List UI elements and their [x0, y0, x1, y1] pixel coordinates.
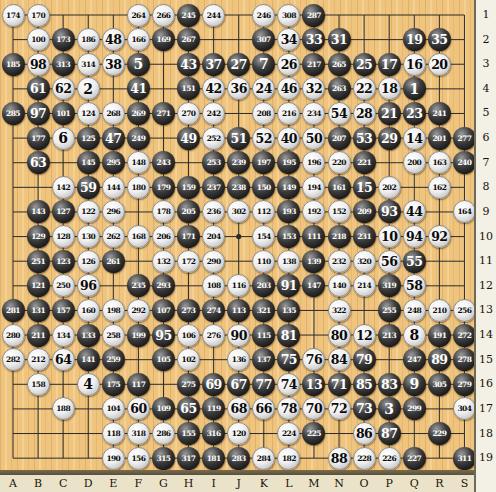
col-label-D: D — [80, 477, 96, 491]
stone-N14-move-80[interactable]: 80 — [328, 324, 351, 347]
stone-K3-move-7[interactable]: 7 — [252, 53, 275, 76]
stone-K14-move-115[interactable]: 115 — [252, 324, 275, 347]
move-number: 205 — [182, 207, 196, 216]
move-number: 100 — [31, 35, 45, 44]
move-number: 59 — [80, 179, 96, 194]
move-number: 104 — [106, 404, 120, 413]
stone-G5-move-271[interactable]: 271 — [152, 102, 175, 125]
move-number: 15 — [356, 179, 372, 194]
stone-P10-move-10[interactable]: 10 — [378, 225, 401, 248]
stone-O16-move-85[interactable]: 85 — [353, 373, 376, 396]
stone-P17-move-3[interactable]: 3 — [378, 397, 401, 420]
stone-F3-move-5[interactable]: 5 — [127, 53, 150, 76]
move-number: 143 — [31, 207, 45, 216]
move-number: 204 — [207, 232, 221, 241]
stone-N8-move-161[interactable]: 161 — [328, 176, 351, 199]
stone-L6-move-40[interactable]: 40 — [277, 127, 300, 150]
stone-F2-move-166[interactable]: 166 — [127, 28, 150, 51]
stone-P19-move-226[interactable]: 226 — [378, 447, 401, 470]
stone-B1-move-170[interactable]: 170 — [27, 4, 50, 27]
move-number: 151 — [182, 84, 196, 93]
move-number: 33 — [306, 32, 322, 47]
move-number: 193 — [282, 207, 296, 216]
move-number: 229 — [432, 429, 446, 438]
stone-N7-move-220[interactable]: 220 — [328, 151, 351, 174]
stone-R8-move-162[interactable]: 162 — [428, 176, 451, 199]
col-label-P: P — [381, 477, 397, 491]
stone-E8-move-144[interactable]: 144 — [102, 176, 125, 199]
stone-F7-move-148[interactable]: 148 — [127, 151, 150, 174]
stone-Q16-move-9[interactable]: 9 — [403, 373, 426, 396]
stone-B5-move-97[interactable]: 97 — [27, 102, 50, 125]
move-number: 20 — [431, 56, 447, 71]
stone-C4-move-62[interactable]: 62 — [52, 77, 75, 100]
move-number: 133 — [81, 330, 95, 339]
stone-C6-move-6[interactable]: 6 — [52, 127, 75, 150]
move-number: 277 — [458, 133, 472, 142]
stone-N9-move-152[interactable]: 152 — [328, 200, 351, 223]
stone-G8-move-179[interactable]: 179 — [152, 176, 175, 199]
move-number: 69 — [205, 376, 221, 391]
stone-E2-move-48[interactable]: 48 — [102, 28, 125, 51]
stone-E3-move-38[interactable]: 38 — [102, 53, 125, 76]
stone-B9-move-143[interactable]: 143 — [27, 200, 50, 223]
stone-N4-move-263[interactable]: 263 — [328, 77, 351, 100]
stone-B12-move-121[interactable]: 121 — [27, 274, 50, 297]
stone-O12-move-214[interactable]: 214 — [353, 274, 376, 297]
stone-L19-move-182[interactable]: 182 — [277, 447, 300, 470]
stone-O10-move-231[interactable]: 231 — [353, 225, 376, 248]
stone-J14-move-90[interactable]: 90 — [227, 324, 250, 347]
stone-P18-move-87[interactable]: 87 — [378, 422, 401, 445]
move-number: 36 — [231, 81, 247, 96]
stone-Q11-move-55[interactable]: 55 — [403, 250, 426, 273]
stone-M1-move-287[interactable]: 287 — [302, 4, 325, 27]
move-number: 117 — [131, 379, 145, 388]
stone-B16-move-158[interactable]: 158 — [27, 373, 50, 396]
move-number: 91 — [281, 278, 297, 293]
stone-J6-move-51[interactable]: 51 — [227, 127, 250, 150]
stone-K6-move-52[interactable]: 52 — [252, 127, 275, 150]
move-number: 278 — [458, 355, 472, 364]
stone-E18-move-118[interactable]: 118 — [102, 422, 125, 445]
stone-O18-move-86[interactable]: 86 — [353, 422, 376, 445]
move-number: 50 — [306, 130, 322, 145]
stone-E5-move-268[interactable]: 268 — [102, 102, 125, 125]
stone-I8-move-237[interactable]: 237 — [202, 176, 225, 199]
move-number: 126 — [81, 256, 95, 265]
stone-F19-move-156[interactable]: 156 — [127, 447, 150, 470]
stone-B11-move-251[interactable]: 251 — [27, 250, 50, 273]
stone-H18-move-155[interactable]: 155 — [177, 422, 200, 445]
stone-Q5-move-23[interactable]: 23 — [403, 102, 426, 125]
move-number: 158 — [31, 379, 45, 388]
stone-F16-move-117[interactable]: 117 — [127, 373, 150, 396]
stone-Q3-move-16[interactable]: 16 — [403, 53, 426, 76]
stone-O19-move-228[interactable]: 228 — [353, 447, 376, 470]
stone-Q6-move-14[interactable]: 14 — [403, 127, 426, 150]
move-number: 7 — [259, 56, 269, 72]
stone-I14-move-276[interactable]: 276 — [202, 324, 225, 347]
stone-I13-move-274[interactable]: 274 — [202, 299, 225, 322]
move-number: 162 — [432, 182, 446, 191]
stone-O4-move-22[interactable]: 22 — [353, 77, 376, 100]
stone-P12-move-319[interactable]: 319 — [378, 274, 401, 297]
stone-S19-move-311[interactable]: 311 — [453, 447, 476, 470]
stone-C3-move-313[interactable]: 313 — [52, 53, 75, 76]
stone-O14-move-12[interactable]: 12 — [353, 324, 376, 347]
stone-L1-move-308[interactable]: 308 — [277, 4, 300, 27]
stone-C15-move-64[interactable]: 64 — [52, 348, 75, 371]
stone-O11-move-320[interactable]: 320 — [353, 250, 376, 273]
stone-B4-move-61[interactable]: 61 — [27, 77, 50, 100]
stone-A3-move-185[interactable]: 185 — [2, 53, 25, 76]
stone-C2-move-173[interactable]: 173 — [52, 28, 75, 51]
stone-D11-move-126[interactable]: 126 — [77, 250, 100, 273]
stone-D2-move-186[interactable]: 186 — [77, 28, 100, 51]
move-number: 61 — [30, 81, 46, 96]
row-label-15: 15 — [477, 353, 495, 367]
stone-F10-move-168[interactable]: 168 — [127, 225, 150, 248]
stone-I3-move-37[interactable]: 37 — [202, 53, 225, 76]
stone-I1-move-244[interactable]: 244 — [202, 4, 225, 27]
stone-B15-move-212[interactable]: 212 — [27, 348, 50, 371]
stone-G11-move-132[interactable]: 132 — [152, 250, 175, 273]
stone-P5-move-21[interactable]: 21 — [378, 102, 401, 125]
stone-C14-move-134[interactable]: 134 — [52, 324, 75, 347]
goban[interactable]: 1741702642662452442463082871001731864816… — [0, 0, 474, 470]
stone-Q12-move-58[interactable]: 58 — [403, 274, 426, 297]
move-number: 251 — [31, 256, 45, 265]
stone-G13-move-107[interactable]: 107 — [152, 299, 175, 322]
move-number: 27 — [231, 56, 247, 71]
stone-B13-move-131[interactable]: 131 — [27, 299, 50, 322]
move-number: 160 — [81, 305, 95, 314]
stone-E14-move-258[interactable]: 258 — [102, 324, 125, 347]
stone-F5-move-269[interactable]: 269 — [127, 102, 150, 125]
stone-P9-move-93[interactable]: 93 — [378, 200, 401, 223]
move-number: 249 — [131, 133, 145, 142]
stone-M11-move-139[interactable]: 139 — [302, 250, 325, 273]
stone-K1-move-246[interactable]: 246 — [252, 4, 275, 27]
stone-G19-move-315[interactable]: 315 — [152, 447, 175, 470]
row-label-10: 10 — [477, 230, 495, 244]
move-number: 284 — [257, 453, 271, 462]
move-number: 66 — [256, 401, 272, 416]
stone-A14-move-280[interactable]: 280 — [2, 324, 25, 347]
stone-E13-move-198[interactable]: 198 — [102, 299, 125, 322]
move-number: 144 — [106, 182, 120, 191]
stone-N2-move-31[interactable]: 31 — [328, 28, 351, 51]
move-number: 170 — [31, 10, 45, 19]
stone-E19-move-190[interactable]: 190 — [102, 447, 125, 470]
move-number: 140 — [332, 281, 346, 290]
stone-O15-move-79[interactable]: 79 — [353, 348, 376, 371]
stone-D14-move-133[interactable]: 133 — [77, 324, 100, 347]
stone-I6-move-252[interactable]: 252 — [202, 127, 225, 150]
stone-O3-move-25[interactable]: 25 — [353, 53, 376, 76]
stone-H8-move-159[interactable]: 159 — [177, 176, 200, 199]
stone-D10-move-130[interactable]: 130 — [77, 225, 100, 248]
stone-H14-move-106[interactable]: 106 — [177, 324, 200, 347]
stone-O8-move-15[interactable]: 15 — [353, 176, 376, 199]
stone-N15-move-84[interactable]: 84 — [328, 348, 351, 371]
stone-O9-move-209[interactable]: 209 — [353, 200, 376, 223]
stone-F6-move-249[interactable]: 249 — [127, 127, 150, 150]
stone-N3-move-265[interactable]: 265 — [328, 53, 351, 76]
stone-P14-move-213[interactable]: 213 — [378, 324, 401, 347]
stone-P4-move-18[interactable]: 18 — [378, 77, 401, 100]
stone-I5-move-242[interactable]: 242 — [202, 102, 225, 125]
stone-B2-move-100[interactable]: 100 — [27, 28, 50, 51]
stone-S6-move-277[interactable]: 277 — [453, 127, 476, 150]
stone-D7-move-145[interactable]: 145 — [77, 151, 100, 174]
move-number: 62 — [55, 81, 71, 96]
stone-R7-move-163[interactable]: 163 — [428, 151, 451, 174]
move-number: 292 — [131, 305, 145, 314]
stone-P11-move-56[interactable]: 56 — [378, 250, 401, 273]
move-number: 38 — [105, 56, 121, 71]
stone-P13-move-255[interactable]: 255 — [378, 299, 401, 322]
stone-R2-move-35[interactable]: 35 — [428, 28, 451, 51]
stone-N19-move-88[interactable]: 88 — [328, 447, 351, 470]
move-number: 269 — [131, 108, 145, 117]
stone-D16-move-4[interactable]: 4 — [77, 373, 100, 396]
stone-D6-move-125[interactable]: 125 — [77, 127, 100, 150]
stone-N17-move-72[interactable]: 72 — [328, 397, 351, 420]
stone-Q2-move-19[interactable]: 19 — [403, 28, 426, 51]
stone-J8-move-238[interactable]: 238 — [227, 176, 250, 199]
stone-D3-move-314[interactable]: 314 — [77, 53, 100, 76]
stone-Q10-move-94[interactable]: 94 — [403, 225, 426, 248]
stone-G14-move-95[interactable]: 95 — [152, 324, 175, 347]
stone-L3-move-26[interactable]: 26 — [277, 53, 300, 76]
stone-Q7-move-200[interactable]: 200 — [403, 151, 426, 174]
stone-N11-move-232[interactable]: 232 — [328, 250, 351, 273]
move-number: 4 — [83, 376, 93, 392]
stone-I11-move-290[interactable]: 290 — [202, 250, 225, 273]
stone-B6-move-177[interactable]: 177 — [27, 127, 50, 150]
move-number: 264 — [131, 10, 145, 19]
stone-F1-move-264[interactable]: 264 — [127, 4, 150, 27]
stone-I19-move-181[interactable]: 181 — [202, 447, 225, 470]
stone-P3-move-17[interactable]: 17 — [378, 53, 401, 76]
stone-F8-move-180[interactable]: 180 — [127, 176, 150, 199]
move-number: 107 — [157, 305, 171, 314]
stone-G2-move-169[interactable]: 169 — [152, 28, 175, 51]
move-number: 68 — [231, 401, 247, 416]
stone-S16-move-279[interactable]: 279 — [453, 373, 476, 396]
stone-S7-move-240[interactable]: 240 — [453, 151, 476, 174]
stone-K11-move-110[interactable]: 110 — [252, 250, 275, 273]
stone-N12-move-140[interactable]: 140 — [328, 274, 351, 297]
stone-H6-move-49[interactable]: 49 — [177, 127, 200, 150]
move-number: 153 — [282, 232, 296, 241]
move-number: 242 — [207, 108, 221, 117]
stone-R3-move-20[interactable]: 20 — [428, 53, 451, 76]
move-number: 259 — [106, 355, 120, 364]
move-number: 118 — [106, 429, 120, 438]
move-number: 225 — [307, 429, 321, 438]
move-number: 169 — [157, 35, 171, 44]
move-number: 192 — [307, 207, 321, 216]
stone-S13-move-256[interactable]: 256 — [453, 299, 476, 322]
stone-F14-move-199[interactable]: 199 — [127, 324, 150, 347]
stone-C8-move-142[interactable]: 142 — [52, 176, 75, 199]
stone-K16-move-77[interactable]: 77 — [252, 373, 275, 396]
stone-F13-move-292[interactable]: 292 — [127, 299, 150, 322]
stone-E6-move-47[interactable]: 47 — [102, 127, 125, 150]
move-number: 214 — [357, 281, 371, 290]
stone-H5-move-270[interactable]: 270 — [177, 102, 200, 125]
stone-Q14-move-8[interactable]: 8 — [403, 324, 426, 347]
move-number: 313 — [56, 59, 70, 68]
move-number: 60 — [130, 401, 146, 416]
move-number: 109 — [157, 404, 171, 413]
move-number: 112 — [257, 207, 271, 216]
stone-C12-move-250[interactable]: 250 — [52, 274, 75, 297]
stone-E15-move-259[interactable]: 259 — [102, 348, 125, 371]
stone-R13-move-210[interactable]: 210 — [428, 299, 451, 322]
stone-Q13-move-248[interactable]: 248 — [403, 299, 426, 322]
stone-H11-move-172[interactable]: 172 — [177, 250, 200, 273]
row-label-19: 19 — [477, 451, 495, 465]
move-number: 290 — [207, 256, 221, 265]
row-label-6: 6 — [477, 131, 495, 145]
stone-Q15-move-247[interactable]: 247 — [403, 348, 426, 371]
stone-Q19-move-227[interactable]: 227 — [403, 447, 426, 470]
move-number: 316 — [207, 429, 221, 438]
stone-K8-move-150[interactable]: 150 — [252, 176, 275, 199]
move-number: 208 — [257, 108, 271, 117]
stone-H3-move-43[interactable]: 43 — [177, 53, 200, 76]
move-number: 302 — [232, 207, 246, 216]
stone-C10-move-128[interactable]: 128 — [52, 225, 75, 248]
move-number: 190 — [106, 453, 120, 462]
stone-A13-move-281[interactable]: 281 — [2, 299, 25, 322]
stone-E10-move-262[interactable]: 262 — [102, 225, 125, 248]
stone-G1-move-266[interactable]: 266 — [152, 4, 175, 27]
move-number: 111 — [307, 232, 321, 241]
stone-N10-move-218[interactable]: 218 — [328, 225, 351, 248]
stone-I18-move-316[interactable]: 316 — [202, 422, 225, 445]
stone-J19-move-283[interactable]: 283 — [227, 447, 250, 470]
stone-D12-move-96[interactable]: 96 — [77, 274, 100, 297]
stone-O5-move-28[interactable]: 28 — [353, 102, 376, 125]
move-number: 142 — [56, 182, 70, 191]
stone-G18-move-286[interactable]: 286 — [152, 422, 175, 445]
stone-P16-move-83[interactable]: 83 — [378, 373, 401, 396]
stone-H1-move-245[interactable]: 245 — [177, 4, 200, 27]
stone-D8-move-59[interactable]: 59 — [77, 176, 100, 199]
stone-E16-move-175[interactable]: 175 — [102, 373, 125, 396]
move-number: 299 — [407, 404, 421, 413]
move-number: 304 — [458, 404, 472, 413]
stone-G15-move-105[interactable]: 105 — [152, 348, 175, 371]
stone-O7-move-221[interactable]: 221 — [353, 151, 376, 174]
stone-N5-move-54[interactable]: 54 — [328, 102, 351, 125]
stone-H10-move-171[interactable]: 171 — [177, 225, 200, 248]
stone-J16-move-67[interactable]: 67 — [227, 373, 250, 396]
move-number: 34 — [281, 32, 297, 47]
move-number: 209 — [357, 207, 371, 216]
move-number: 180 — [131, 182, 145, 191]
stone-H16-move-275[interactable]: 275 — [177, 373, 200, 396]
stone-D13-move-160[interactable]: 160 — [77, 299, 100, 322]
stone-B14-move-211[interactable]: 211 — [27, 324, 50, 347]
stone-N6-move-207[interactable]: 207 — [328, 127, 351, 150]
stone-N13-move-322[interactable]: 322 — [328, 299, 351, 322]
stone-A15-move-282[interactable]: 282 — [2, 348, 25, 371]
stone-S14-move-272[interactable]: 272 — [453, 324, 476, 347]
move-number: 47 — [105, 130, 121, 145]
stone-C17-move-188[interactable]: 188 — [52, 397, 75, 420]
stone-O6-move-53[interactable]: 53 — [353, 127, 376, 150]
stone-M6-move-50[interactable]: 50 — [302, 127, 325, 150]
stone-O17-move-73[interactable]: 73 — [353, 397, 376, 420]
stone-H19-move-317[interactable]: 317 — [177, 447, 200, 470]
stone-R14-move-191[interactable]: 191 — [428, 324, 451, 347]
stone-C5-move-101[interactable]: 101 — [52, 102, 75, 125]
move-number: 314 — [81, 59, 95, 68]
stone-E7-move-295[interactable]: 295 — [102, 151, 125, 174]
stone-E11-move-261[interactable]: 261 — [102, 250, 125, 273]
move-number: 80 — [331, 327, 347, 342]
move-number: 148 — [131, 158, 145, 167]
stone-J3-move-27[interactable]: 27 — [227, 53, 250, 76]
move-number: 156 — [131, 453, 145, 462]
stone-K19-move-284[interactable]: 284 — [252, 447, 275, 470]
stone-R16-move-305[interactable]: 305 — [428, 373, 451, 396]
stone-G10-move-206[interactable]: 206 — [152, 225, 175, 248]
stone-S15-move-278[interactable]: 278 — [453, 348, 476, 371]
stone-D15-move-141[interactable]: 141 — [77, 348, 100, 371]
stone-L11-move-138[interactable]: 138 — [277, 250, 300, 273]
stone-Q4-move-1[interactable]: 1 — [403, 77, 426, 100]
stone-P6-move-29[interactable]: 29 — [378, 127, 401, 150]
stone-A5-move-285[interactable]: 285 — [2, 102, 25, 125]
stone-J13-move-113[interactable]: 113 — [227, 299, 250, 322]
stone-L14-move-81[interactable]: 81 — [277, 324, 300, 347]
stone-R6-move-201[interactable]: 201 — [428, 127, 451, 150]
stone-B3-move-98[interactable]: 98 — [27, 53, 50, 76]
stone-P8-move-202[interactable]: 202 — [378, 176, 401, 199]
col-label-S: S — [456, 477, 472, 491]
stone-D4-move-2[interactable]: 2 — [77, 77, 100, 100]
stone-B7-move-63[interactable]: 63 — [27, 151, 50, 174]
stone-R18-move-229[interactable]: 229 — [428, 422, 451, 445]
move-number: 206 — [157, 232, 171, 241]
stone-I16-move-69[interactable]: 69 — [202, 373, 225, 396]
stone-N16-move-71[interactable]: 71 — [328, 373, 351, 396]
move-number: 12 — [356, 327, 372, 342]
stone-D5-move-124[interactable]: 124 — [77, 102, 100, 125]
stone-R10-move-92[interactable]: 92 — [428, 225, 451, 248]
stone-B10-move-129[interactable]: 129 — [27, 225, 50, 248]
stone-R5-move-241[interactable]: 241 — [428, 102, 451, 125]
move-number: 308 — [282, 10, 296, 19]
stone-A1-move-174[interactable]: 174 — [2, 4, 25, 27]
stone-R15-move-89[interactable]: 89 — [428, 348, 451, 371]
row-label-9: 9 — [477, 205, 495, 219]
stone-C9-move-127[interactable]: 127 — [52, 200, 75, 223]
stone-H13-move-273[interactable]: 273 — [177, 299, 200, 322]
move-number: 49 — [180, 130, 196, 145]
stone-C11-move-123[interactable]: 123 — [52, 250, 75, 273]
stone-C13-move-157[interactable]: 157 — [52, 299, 75, 322]
stone-H2-move-267[interactable]: 267 — [177, 28, 200, 51]
stone-F18-move-318[interactable]: 318 — [127, 422, 150, 445]
